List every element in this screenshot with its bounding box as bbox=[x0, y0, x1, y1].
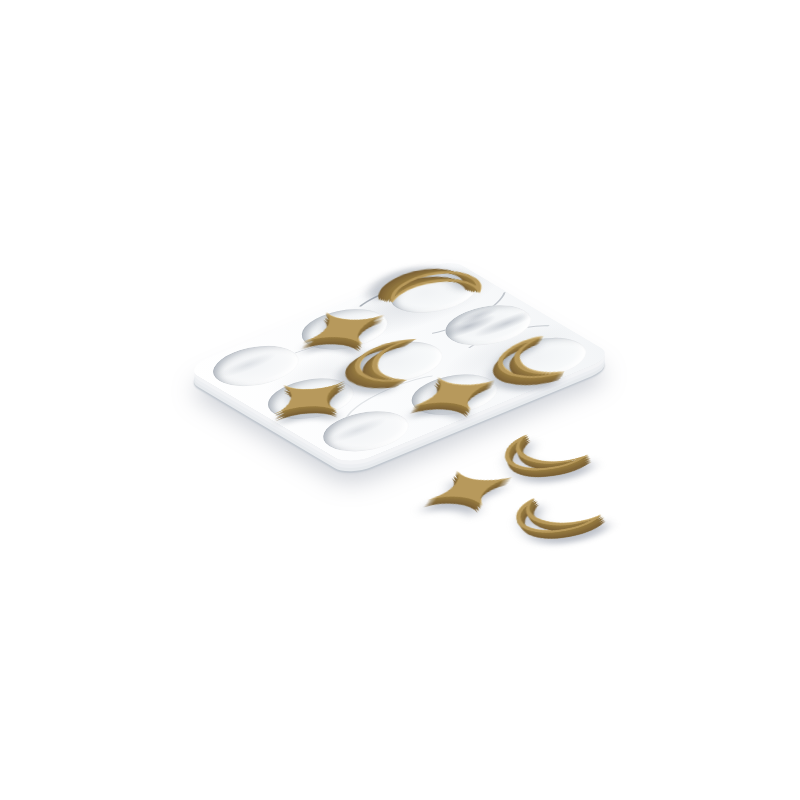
product-photo-canvas: ✦☾✦☾✦☾ ✦☾☾ bbox=[0, 0, 800, 800]
moon-piece[interactable]: ☾ bbox=[480, 324, 606, 391]
